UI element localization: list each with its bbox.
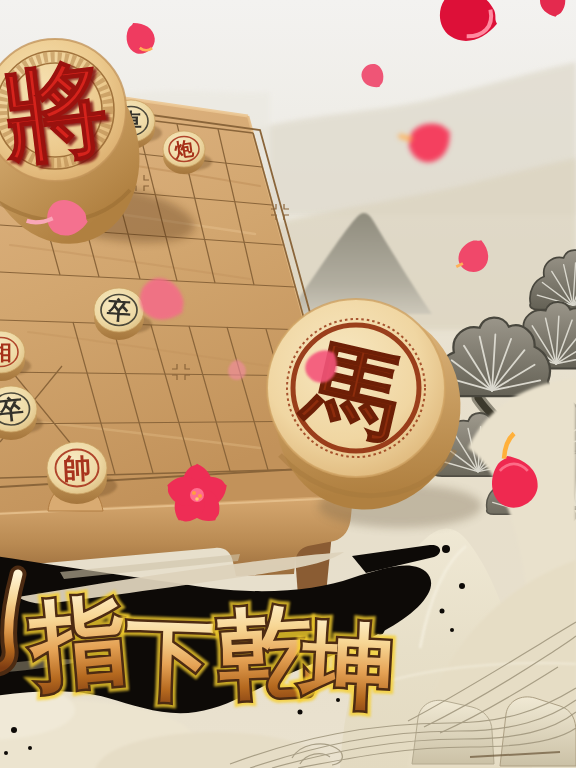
title-char-1: 指	[24, 583, 132, 703]
piece-char: 卒	[106, 296, 132, 326]
piece-char: 帥	[62, 451, 92, 485]
title-char-2: 下	[123, 606, 216, 712]
piece-char: 相	[0, 340, 12, 365]
title-char-4: 坤	[295, 609, 396, 721]
splash-screen: 車 炮 卒 相 卒	[0, 0, 576, 768]
scene-canvas: 車 炮 卒 相 卒	[0, 0, 576, 768]
piece-char: 炮	[172, 136, 196, 161]
piece-char: 卒	[0, 394, 25, 426]
giant-general-char: 將	[0, 46, 114, 180]
